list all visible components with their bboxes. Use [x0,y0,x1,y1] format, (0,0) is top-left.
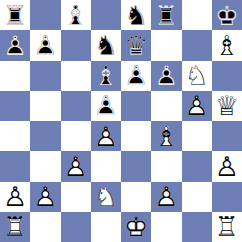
square-a1[interactable]: ♜♖ [0,212,30,242]
bishop-outline: ♗ [61,0,91,30]
white-pawn[interactable]: ♟♙ [182,91,212,121]
square-h4[interactable] [212,121,242,151]
square-a2[interactable]: ♟♙ [0,182,30,212]
pawn-outline: ♙ [61,151,91,181]
square-d4[interactable]: ♟♙ [91,121,121,151]
rook-outline: ♖ [212,212,242,242]
pawn-outline: ♙ [212,151,242,181]
black-queen[interactable]: ♛♕ [121,30,151,60]
knight-outline: ♘ [121,0,151,30]
king-outline: ♔ [121,212,151,242]
square-h8[interactable]: ♚♔ [212,0,242,30]
white-bishop[interactable]: ♝♗ [212,30,242,60]
square-f6[interactable]: ♟♙ [151,61,181,91]
square-a8[interactable]: ♜♖ [0,0,30,30]
square-d6[interactable]: ♝♗ [91,61,121,91]
knight-outline: ♘ [182,61,212,91]
pawn-outline: ♙ [0,30,30,60]
square-e8[interactable]: ♞♘ [121,0,151,30]
square-e5[interactable] [121,91,151,121]
square-b1[interactable] [30,212,60,242]
chess-board: ♜♖♝♗♞♘♜♖♚♔♟♙♟♙♞♘♛♕♝♗♝♗♟♙♟♙♞♘♟♙♟♙♛♕♟♙♝♗♟♙… [0,0,242,242]
square-c8[interactable]: ♝♗ [61,0,91,30]
pawn-outline: ♙ [151,182,181,212]
square-e6[interactable]: ♟♙ [121,61,151,91]
square-a3[interactable] [0,151,30,181]
pawn-outline: ♙ [0,182,30,212]
square-e1[interactable]: ♚♔ [121,212,151,242]
square-b6[interactable] [30,61,60,91]
square-c1[interactable] [61,212,91,242]
white-rook[interactable]: ♜♖ [0,212,30,242]
white-rook[interactable]: ♜♖ [212,212,242,242]
square-c2[interactable] [61,182,91,212]
square-c5[interactable] [61,91,91,121]
square-h5[interactable]: ♛♕ [212,91,242,121]
black-pawn[interactable]: ♟♙ [91,91,121,121]
square-e3[interactable] [121,151,151,181]
black-bishop[interactable]: ♝♗ [91,61,121,91]
queen-outline: ♕ [121,30,151,60]
pawn-outline: ♙ [91,91,121,121]
rook-outline: ♖ [0,212,30,242]
pawn-outline: ♙ [91,121,121,151]
black-rook[interactable]: ♜♖ [151,0,181,30]
square-a5[interactable] [0,91,30,121]
square-b2[interactable]: ♟♙ [30,182,60,212]
white-knight[interactable]: ♞♘ [91,182,121,212]
white-knight[interactable]: ♞♘ [182,61,212,91]
black-king[interactable]: ♚♔ [212,0,242,30]
square-g6[interactable]: ♞♘ [182,61,212,91]
square-f4[interactable]: ♝♗ [151,121,181,151]
pawn-outline: ♙ [151,61,181,91]
square-c6[interactable] [61,61,91,91]
pawn-outline: ♙ [30,30,60,60]
square-a4[interactable] [0,121,30,151]
square-b8[interactable] [30,0,60,30]
square-e2[interactable] [121,182,151,212]
knight-outline: ♘ [91,182,121,212]
white-bishop[interactable]: ♝♗ [151,121,181,151]
square-f1[interactable] [151,212,181,242]
square-g4[interactable] [182,121,212,151]
white-pawn[interactable]: ♟♙ [30,182,60,212]
square-f2[interactable]: ♟♙ [151,182,181,212]
pawn-outline: ♙ [30,182,60,212]
black-bishop[interactable]: ♝♗ [61,0,91,30]
square-d3[interactable] [91,151,121,181]
square-d1[interactable] [91,212,121,242]
square-g7[interactable] [182,30,212,60]
square-h6[interactable] [212,61,242,91]
square-b4[interactable] [30,121,60,151]
black-pawn[interactable]: ♟♙ [30,30,60,60]
white-pawn[interactable]: ♟♙ [0,182,30,212]
rook-outline: ♖ [151,0,181,30]
rook-outline: ♖ [0,0,30,30]
square-h2[interactable] [212,182,242,212]
square-g8[interactable] [182,0,212,30]
square-e7[interactable]: ♛♕ [121,30,151,60]
square-a7[interactable]: ♟♙ [0,30,30,60]
square-a6[interactable] [0,61,30,91]
black-pawn[interactable]: ♟♙ [0,30,30,60]
bishop-outline: ♗ [91,61,121,91]
bishop-outline: ♗ [212,30,242,60]
black-pawn[interactable]: ♟♙ [151,61,181,91]
white-queen[interactable]: ♛♕ [212,91,242,121]
pawn-outline: ♙ [182,91,212,121]
square-b5[interactable] [30,91,60,121]
white-pawn[interactable]: ♟♙ [151,182,181,212]
square-c7[interactable] [61,30,91,60]
white-pawn[interactable]: ♟♙ [212,151,242,181]
black-knight[interactable]: ♞♘ [91,30,121,60]
square-g3[interactable] [182,151,212,181]
square-e4[interactable] [121,121,151,151]
square-b3[interactable] [30,151,60,181]
white-king[interactable]: ♚♔ [121,212,151,242]
square-g2[interactable] [182,182,212,212]
square-d7[interactable]: ♞♘ [91,30,121,60]
square-c4[interactable] [61,121,91,151]
queen-outline: ♕ [212,91,242,121]
square-f5[interactable] [151,91,181,121]
pawn-outline: ♙ [121,61,151,91]
knight-outline: ♘ [91,30,121,60]
square-c3[interactable]: ♟♙ [61,151,91,181]
square-d8[interactable] [91,0,121,30]
square-g1[interactable] [182,212,212,242]
square-b7[interactable]: ♟♙ [30,30,60,60]
black-knight[interactable]: ♞♘ [121,0,151,30]
black-pawn[interactable]: ♟♙ [121,61,151,91]
white-pawn[interactable]: ♟♙ [61,151,91,181]
square-f7[interactable] [151,30,181,60]
king-outline: ♔ [212,0,242,30]
square-h7[interactable]: ♝♗ [212,30,242,60]
square-h3[interactable]: ♟♙ [212,151,242,181]
square-f8[interactable]: ♜♖ [151,0,181,30]
square-d2[interactable]: ♞♘ [91,182,121,212]
square-h1[interactable]: ♜♖ [212,212,242,242]
white-pawn[interactable]: ♟♙ [91,121,121,151]
square-g5[interactable]: ♟♙ [182,91,212,121]
square-f3[interactable] [151,151,181,181]
bishop-outline: ♗ [151,121,181,151]
square-d5[interactable]: ♟♙ [91,91,121,121]
black-rook[interactable]: ♜♖ [0,0,30,30]
